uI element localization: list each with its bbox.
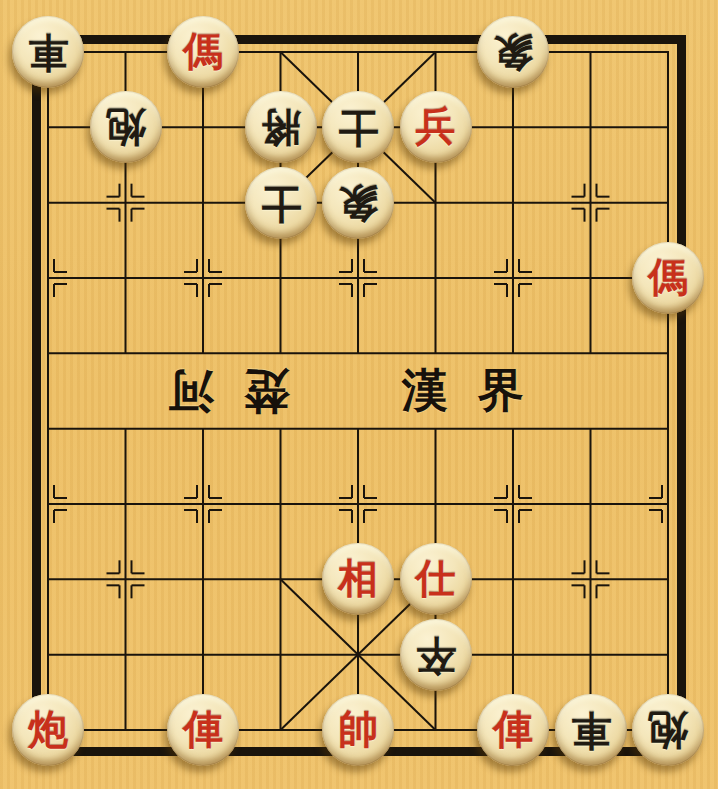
piece-red-chariot[interactable]: 俥 — [167, 694, 239, 766]
piece-black-advisor[interactable]: 士 — [245, 167, 317, 239]
piece-character: 帥 — [338, 710, 378, 750]
piece-black-chariot[interactable]: 車 — [12, 16, 84, 88]
piece-character: 炮 — [648, 710, 688, 750]
piece-layer: 車傌象炮將士兵士象傌相仕卒炮俥帥俥車炮 — [9, 14, 707, 767]
piece-red-horse[interactable]: 傌 — [167, 16, 239, 88]
piece-character: 象 — [338, 183, 378, 223]
piece-character: 相 — [338, 559, 378, 599]
piece-black-pawn[interactable]: 卒 — [400, 619, 472, 691]
piece-red-cannon[interactable]: 炮 — [12, 694, 84, 766]
piece-black-advisor[interactable]: 士 — [322, 91, 394, 163]
piece-red-general[interactable]: 帥 — [322, 694, 394, 766]
piece-character: 士 — [338, 107, 378, 147]
piece-black-cannon[interactable]: 炮 — [90, 91, 162, 163]
piece-character: 卒 — [416, 635, 456, 675]
piece-character: 炮 — [106, 107, 146, 147]
piece-black-cannon[interactable]: 炮 — [632, 694, 704, 766]
piece-character: 傌 — [648, 258, 688, 298]
piece-character: 士 — [261, 183, 301, 223]
piece-black-elephant[interactable]: 象 — [477, 16, 549, 88]
piece-red-elephant[interactable]: 相 — [322, 543, 394, 615]
piece-character: 兵 — [416, 107, 456, 147]
piece-character: 炮 — [28, 710, 68, 750]
piece-character: 將 — [261, 107, 301, 147]
piece-character: 仕 — [416, 559, 456, 599]
piece-black-chariot[interactable]: 車 — [555, 694, 627, 766]
piece-red-horse[interactable]: 傌 — [632, 242, 704, 314]
piece-black-general[interactable]: 將 — [245, 91, 317, 163]
piece-character: 車 — [28, 32, 68, 72]
piece-character: 俥 — [183, 710, 223, 750]
piece-character: 傌 — [183, 32, 223, 72]
piece-red-chariot[interactable]: 俥 — [477, 694, 549, 766]
xiangqi-board[interactable]: 楚河 漢界 車傌象炮將士兵士象傌相仕卒炮俥帥俥車炮 — [0, 0, 718, 789]
piece-red-pawn[interactable]: 兵 — [400, 91, 472, 163]
piece-character: 象 — [493, 32, 533, 72]
piece-red-advisor[interactable]: 仕 — [400, 543, 472, 615]
piece-black-elephant[interactable]: 象 — [322, 167, 394, 239]
piece-character: 俥 — [493, 710, 533, 750]
piece-character: 車 — [571, 710, 611, 750]
